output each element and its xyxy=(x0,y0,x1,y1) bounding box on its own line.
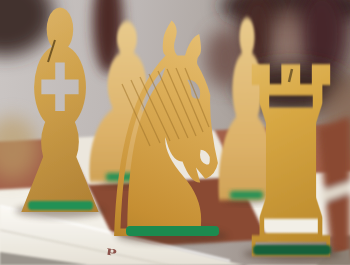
chess-photo-scene: d ♟ ♟ ♝ ♜ ♞ xyxy=(0,0,350,265)
bishop-base-felt xyxy=(28,201,93,210)
scene-overlay: d ♟ ♟ ♝ ♜ ♞ xyxy=(0,0,350,265)
rook-base-felt xyxy=(253,245,331,255)
knight-base-felt xyxy=(126,226,219,236)
